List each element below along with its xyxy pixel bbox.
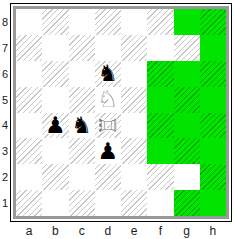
square-h5[interactable] bbox=[200, 87, 226, 113]
square-d5[interactable]: ♘ bbox=[95, 87, 121, 113]
file-label-e: e bbox=[121, 222, 147, 239]
rank-label-3: 3 bbox=[0, 138, 10, 164]
square-c4[interactable]: ♞ bbox=[69, 113, 95, 139]
black-knight-icon: ♞ bbox=[98, 62, 119, 85]
square-e1[interactable] bbox=[121, 190, 147, 216]
square-h1[interactable] bbox=[200, 190, 226, 216]
file-label-c: c bbox=[69, 222, 95, 239]
square-h2[interactable] bbox=[200, 164, 226, 190]
square-a1[interactable] bbox=[16, 190, 42, 216]
black-pawn-icon: ♟ bbox=[98, 140, 119, 163]
rank-label-7: 7 bbox=[0, 35, 10, 61]
file-label-b: b bbox=[42, 222, 68, 239]
square-g8[interactable] bbox=[174, 9, 200, 35]
rank-label-6: 6 bbox=[0, 61, 10, 87]
square-g5[interactable] bbox=[174, 87, 200, 113]
square-e3[interactable] bbox=[121, 138, 147, 164]
square-e8[interactable] bbox=[121, 9, 147, 35]
square-a8[interactable] bbox=[16, 9, 42, 35]
black-knight-icon: ♞ bbox=[71, 114, 92, 137]
square-d7[interactable] bbox=[95, 35, 121, 61]
square-d3[interactable]: ♟ bbox=[95, 138, 121, 164]
square-g6[interactable] bbox=[174, 61, 200, 87]
square-b2[interactable] bbox=[42, 164, 68, 190]
square-f5[interactable] bbox=[147, 87, 173, 113]
square-d8[interactable] bbox=[95, 9, 121, 35]
square-f2[interactable] bbox=[147, 164, 173, 190]
square-c5[interactable] bbox=[69, 87, 95, 113]
square-g2[interactable] bbox=[174, 164, 200, 190]
file-label-h: h bbox=[200, 222, 226, 239]
square-g3[interactable] bbox=[174, 138, 200, 164]
square-f4[interactable] bbox=[147, 113, 173, 139]
rank-label-5: 5 bbox=[0, 87, 10, 113]
square-g7[interactable] bbox=[174, 35, 200, 61]
square-f1[interactable] bbox=[147, 190, 173, 216]
board-frame: ♞♘♟♞♖♟ bbox=[10, 3, 232, 222]
square-a3[interactable] bbox=[16, 138, 42, 164]
square-c3[interactable] bbox=[69, 138, 95, 164]
square-a4[interactable] bbox=[16, 113, 42, 139]
square-a2[interactable] bbox=[16, 164, 42, 190]
square-b4[interactable]: ♟ bbox=[42, 113, 68, 139]
file-label-d: d bbox=[95, 222, 121, 239]
square-d6[interactable]: ♞ bbox=[95, 61, 121, 87]
rank-label-8: 8 bbox=[0, 9, 10, 35]
square-f8[interactable] bbox=[147, 9, 173, 35]
square-d4[interactable]: ♖ bbox=[95, 113, 121, 139]
square-b8[interactable] bbox=[42, 9, 68, 35]
square-a5[interactable] bbox=[16, 87, 42, 113]
square-a7[interactable] bbox=[16, 35, 42, 61]
square-h3[interactable] bbox=[200, 138, 226, 164]
rank-label-4: 4 bbox=[0, 113, 10, 139]
square-b5[interactable] bbox=[42, 87, 68, 113]
square-d2[interactable] bbox=[95, 164, 121, 190]
square-c7[interactable] bbox=[69, 35, 95, 61]
square-f6[interactable] bbox=[147, 61, 173, 87]
square-b1[interactable] bbox=[42, 190, 68, 216]
file-label-f: f bbox=[147, 222, 173, 239]
square-e4[interactable] bbox=[121, 113, 147, 139]
square-c6[interactable] bbox=[69, 61, 95, 87]
square-e7[interactable] bbox=[121, 35, 147, 61]
rank-label-1: 1 bbox=[0, 190, 10, 216]
rank-labels: 87654321 bbox=[0, 9, 10, 216]
square-g1[interactable] bbox=[174, 190, 200, 216]
chess-board: ♞♘♟♞♖♟ bbox=[13, 6, 229, 219]
square-e6[interactable] bbox=[121, 61, 147, 87]
square-f7[interactable] bbox=[147, 35, 173, 61]
white-knight-icon: ♘ bbox=[98, 88, 119, 111]
square-c8[interactable] bbox=[69, 9, 95, 35]
square-f3[interactable] bbox=[147, 138, 173, 164]
square-b3[interactable] bbox=[42, 138, 68, 164]
square-h7[interactable] bbox=[200, 35, 226, 61]
square-h8[interactable] bbox=[200, 9, 226, 35]
square-c2[interactable] bbox=[69, 164, 95, 190]
square-d1[interactable] bbox=[95, 190, 121, 216]
chess-diagram: 87654321 ♞♘♟♞♖♟ abcdefgh bbox=[0, 0, 234, 239]
square-c1[interactable] bbox=[69, 190, 95, 216]
square-b7[interactable] bbox=[42, 35, 68, 61]
black-pawn-icon: ♟ bbox=[45, 114, 66, 137]
rank-label-2: 2 bbox=[0, 164, 10, 190]
square-e2[interactable] bbox=[121, 164, 147, 190]
square-a6[interactable] bbox=[16, 61, 42, 87]
file-labels: abcdefgh bbox=[16, 222, 226, 239]
square-b6[interactable] bbox=[42, 61, 68, 87]
square-h6[interactable] bbox=[200, 61, 226, 87]
square-g4[interactable] bbox=[174, 113, 200, 139]
square-e5[interactable] bbox=[121, 87, 147, 113]
white-rook-icon: ♖ bbox=[96, 115, 119, 136]
square-h4[interactable] bbox=[200, 113, 226, 139]
file-label-g: g bbox=[174, 222, 200, 239]
file-label-a: a bbox=[16, 222, 42, 239]
